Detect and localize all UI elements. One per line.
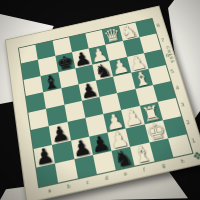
chess-board[interactable]: ♛♞♚♟♟♝♞♟♟♟♝♟♟♟♜♟♟♟♟♚♞♝ a b c d e f g h 8… <box>5 6 200 200</box>
file-label-b: b <box>58 178 79 193</box>
file-label-d: d <box>96 170 117 185</box>
board-tilt-wrapper: ♛♞♚♟♟♝♞♟♟♟♝♟♟♟♜♟♟♟♟♚♞♝ a b c d e f g h 8… <box>5 6 200 200</box>
chess-photo-scene: ♛♞♚♟♟♝♞♟♟♟♝♟♟♟♜♟♟♟♟♚♞♝ a b c d e f g h 8… <box>0 0 200 200</box>
file-label-a: a <box>39 182 60 197</box>
file-label-f: f <box>133 161 155 176</box>
file-label-e: e <box>115 165 136 180</box>
file-label-c: c <box>77 174 98 189</box>
